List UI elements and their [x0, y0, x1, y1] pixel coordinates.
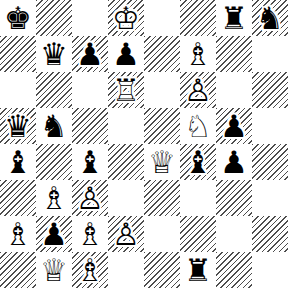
square-b7[interactable]: ♛ [36, 36, 72, 72]
square-d2[interactable]: ♙ [108, 216, 144, 252]
square-a8[interactable]: ♚ [0, 0, 36, 36]
square-c1[interactable]: ♗ [72, 252, 108, 288]
black-rook-piece: ♜ [220, 0, 248, 36]
square-b2[interactable]: ♟ [36, 216, 72, 252]
square-g8[interactable]: ♜ [216, 0, 252, 36]
square-c5[interactable] [72, 108, 108, 144]
white-bishop-piece: ♗ [76, 216, 104, 252]
square-f3[interactable] [180, 180, 216, 216]
square-b6[interactable] [36, 72, 72, 108]
square-a2[interactable]: ♗ [0, 216, 36, 252]
black-queen-piece: ♛ [40, 36, 68, 72]
square-b1[interactable]: ♕ [36, 252, 72, 288]
white-pawn-piece: ♙ [184, 72, 212, 108]
square-g2[interactable] [216, 216, 252, 252]
square-g4[interactable]: ♟ [216, 144, 252, 180]
square-h4[interactable] [252, 144, 288, 180]
square-h2[interactable] [252, 216, 288, 252]
black-bishop-piece: ♝ [184, 144, 212, 180]
square-f6[interactable]: ♙ [180, 72, 216, 108]
white-bishop-piece: ♗ [76, 252, 104, 288]
chess-board: ♚♔♜♞♛♟♟♗♖♙♛♞♘♟♝♝♕♝♟♗♙♗♟♗♙♕♗♜ [0, 0, 288, 288]
white-bishop-piece: ♗ [184, 36, 212, 72]
square-b3[interactable]: ♗ [36, 180, 72, 216]
square-d6[interactable]: ♖ [108, 72, 144, 108]
square-e3[interactable] [144, 180, 180, 216]
square-h3[interactable] [252, 180, 288, 216]
square-c4[interactable]: ♝ [72, 144, 108, 180]
square-d3[interactable] [108, 180, 144, 216]
square-e4[interactable]: ♕ [144, 144, 180, 180]
square-a1[interactable] [0, 252, 36, 288]
square-d4[interactable] [108, 144, 144, 180]
square-g5[interactable]: ♟ [216, 108, 252, 144]
square-d8[interactable]: ♔ [108, 0, 144, 36]
black-bishop-piece: ♝ [76, 144, 104, 180]
black-pawn-piece: ♟ [40, 216, 68, 252]
black-knight-piece: ♞ [40, 108, 68, 144]
black-king-piece: ♚ [4, 0, 32, 36]
square-h5[interactable] [252, 108, 288, 144]
square-g6[interactable] [216, 72, 252, 108]
white-bishop-piece: ♗ [4, 216, 32, 252]
square-a7[interactable] [0, 36, 36, 72]
square-f7[interactable]: ♗ [180, 36, 216, 72]
square-a6[interactable] [0, 72, 36, 108]
square-c2[interactable]: ♗ [72, 216, 108, 252]
black-queen-piece: ♛ [4, 108, 32, 144]
square-b5[interactable]: ♞ [36, 108, 72, 144]
square-h7[interactable] [252, 36, 288, 72]
square-e6[interactable] [144, 72, 180, 108]
square-e5[interactable] [144, 108, 180, 144]
white-queen-piece: ♕ [40, 252, 68, 288]
square-e8[interactable] [144, 0, 180, 36]
square-h1[interactable] [252, 252, 288, 288]
square-a4[interactable]: ♝ [0, 144, 36, 180]
square-h8[interactable]: ♞ [252, 0, 288, 36]
square-e2[interactable] [144, 216, 180, 252]
square-c6[interactable] [72, 72, 108, 108]
square-g3[interactable] [216, 180, 252, 216]
square-f4[interactable]: ♝ [180, 144, 216, 180]
square-f1[interactable]: ♜ [180, 252, 216, 288]
square-c7[interactable]: ♟ [72, 36, 108, 72]
black-pawn-piece: ♟ [76, 36, 104, 72]
white-pawn-piece: ♙ [76, 180, 104, 216]
square-a3[interactable] [0, 180, 36, 216]
square-e1[interactable] [144, 252, 180, 288]
black-bishop-piece: ♝ [4, 144, 32, 180]
black-pawn-piece: ♟ [220, 144, 248, 180]
square-e7[interactable] [144, 36, 180, 72]
square-f8[interactable] [180, 0, 216, 36]
square-d7[interactable]: ♟ [108, 36, 144, 72]
square-b4[interactable] [36, 144, 72, 180]
square-f5[interactable]: ♘ [180, 108, 216, 144]
square-b8[interactable] [36, 0, 72, 36]
white-rook-piece: ♖ [112, 72, 140, 108]
square-a5[interactable]: ♛ [0, 108, 36, 144]
square-d5[interactable] [108, 108, 144, 144]
black-rook-piece: ♜ [184, 252, 212, 288]
black-pawn-piece: ♟ [112, 36, 140, 72]
white-bishop-piece: ♗ [40, 180, 68, 216]
square-d1[interactable] [108, 252, 144, 288]
square-c8[interactable] [72, 0, 108, 36]
white-pawn-piece: ♙ [112, 216, 140, 252]
square-f2[interactable] [180, 216, 216, 252]
white-queen-piece: ♕ [148, 144, 176, 180]
white-knight-piece: ♘ [184, 108, 212, 144]
white-king-piece: ♔ [112, 0, 140, 36]
black-knight-piece: ♞ [256, 0, 284, 36]
square-g1[interactable] [216, 252, 252, 288]
square-h6[interactable] [252, 72, 288, 108]
black-pawn-piece: ♟ [220, 108, 248, 144]
square-g7[interactable] [216, 36, 252, 72]
square-c3[interactable]: ♙ [72, 180, 108, 216]
